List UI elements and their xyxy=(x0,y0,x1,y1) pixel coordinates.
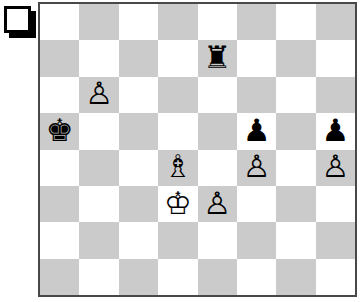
piece-black-pawn-f5[interactable]: ♟ xyxy=(243,115,271,146)
white-to-move-icon xyxy=(4,6,36,38)
piece-black-rook-e7[interactable]: ♜ xyxy=(203,42,231,73)
square-h4[interactable]: ♙ xyxy=(316,150,355,186)
piece-black-pawn-h5[interactable]: ♟ xyxy=(321,115,349,146)
square-g8[interactable] xyxy=(276,4,315,40)
square-d2[interactable] xyxy=(158,222,197,258)
square-f6[interactable] xyxy=(237,77,276,113)
square-d4[interactable]: ♗ xyxy=(158,150,197,186)
square-a6[interactable] xyxy=(40,77,79,113)
square-c5[interactable] xyxy=(119,113,158,149)
square-f3[interactable] xyxy=(237,186,276,222)
square-f1[interactable] xyxy=(237,259,276,295)
square-g6[interactable] xyxy=(276,77,315,113)
square-e4[interactable] xyxy=(198,150,237,186)
square-a5[interactable]: ♚ xyxy=(40,113,79,149)
square-e6[interactable] xyxy=(198,77,237,113)
square-a4[interactable] xyxy=(40,150,79,186)
square-d6[interactable] xyxy=(158,77,197,113)
square-e5[interactable] xyxy=(198,113,237,149)
square-a8[interactable] xyxy=(40,4,79,40)
piece-white-king-d3[interactable]: ♔ xyxy=(164,188,192,219)
square-a1[interactable] xyxy=(40,259,79,295)
square-h7[interactable] xyxy=(316,40,355,76)
square-h3[interactable] xyxy=(316,186,355,222)
square-d1[interactable] xyxy=(158,259,197,295)
square-c6[interactable] xyxy=(119,77,158,113)
square-c3[interactable] xyxy=(119,186,158,222)
square-d7[interactable] xyxy=(158,40,197,76)
square-a3[interactable] xyxy=(40,186,79,222)
square-e1[interactable] xyxy=(198,259,237,295)
square-g5[interactable] xyxy=(276,113,315,149)
square-h5[interactable]: ♟ xyxy=(316,113,355,149)
square-e7[interactable]: ♜ xyxy=(198,40,237,76)
piece-white-pawn-h4[interactable]: ♙ xyxy=(321,151,349,182)
square-g7[interactable] xyxy=(276,40,315,76)
square-d8[interactable] xyxy=(158,4,197,40)
square-g1[interactable] xyxy=(276,259,315,295)
square-f2[interactable] xyxy=(237,222,276,258)
square-g2[interactable] xyxy=(276,222,315,258)
square-h8[interactable] xyxy=(316,4,355,40)
square-e2[interactable] xyxy=(198,222,237,258)
square-b2[interactable] xyxy=(79,222,118,258)
square-b7[interactable] xyxy=(79,40,118,76)
piece-white-pawn-f4[interactable]: ♙ xyxy=(243,151,271,182)
square-a7[interactable] xyxy=(40,40,79,76)
square-f8[interactable] xyxy=(237,4,276,40)
square-c4[interactable] xyxy=(119,150,158,186)
square-h6[interactable] xyxy=(316,77,355,113)
square-d3[interactable]: ♔ xyxy=(158,186,197,222)
square-c8[interactable] xyxy=(119,4,158,40)
square-b8[interactable] xyxy=(79,4,118,40)
square-b4[interactable] xyxy=(79,150,118,186)
piece-white-pawn-b6[interactable]: ♙ xyxy=(85,78,113,109)
square-a2[interactable] xyxy=(40,222,79,258)
square-c1[interactable] xyxy=(119,259,158,295)
square-c7[interactable] xyxy=(119,40,158,76)
white-to-move-icon-square xyxy=(4,6,31,33)
square-b6[interactable]: ♙ xyxy=(79,77,118,113)
square-f7[interactable] xyxy=(237,40,276,76)
square-c2[interactable] xyxy=(119,222,158,258)
piece-white-pawn-e3[interactable]: ♙ xyxy=(203,188,231,219)
square-b3[interactable] xyxy=(79,186,118,222)
square-g3[interactable] xyxy=(276,186,315,222)
piece-white-bishop-d4[interactable]: ♗ xyxy=(164,151,192,182)
square-e3[interactable]: ♙ xyxy=(198,186,237,222)
square-h2[interactable] xyxy=(316,222,355,258)
square-e8[interactable] xyxy=(198,4,237,40)
square-d5[interactable] xyxy=(158,113,197,149)
square-h1[interactable] xyxy=(316,259,355,295)
square-b5[interactable] xyxy=(79,113,118,149)
square-f5[interactable]: ♟ xyxy=(237,113,276,149)
piece-black-king-a5[interactable]: ♚ xyxy=(46,115,74,146)
chess-board: ♜♙♚♟♟♗♙♙♔♙ xyxy=(38,2,357,297)
square-b1[interactable] xyxy=(79,259,118,295)
square-g4[interactable] xyxy=(276,150,315,186)
square-f4[interactable]: ♙ xyxy=(237,150,276,186)
chess-diagram-page: ♜♙♚♟♟♗♙♙♔♙ xyxy=(0,0,364,302)
